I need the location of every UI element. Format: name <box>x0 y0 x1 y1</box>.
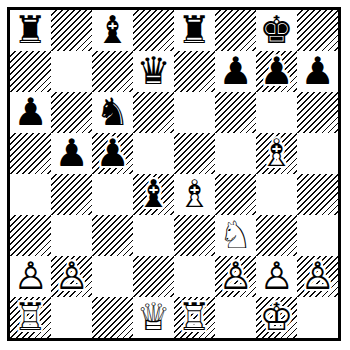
square-b6[interactable] <box>51 92 92 133</box>
square-b2[interactable]: ♙ <box>51 256 92 297</box>
square-c6[interactable]: ♞ <box>92 92 133 133</box>
square-a4[interactable] <box>10 174 51 215</box>
piece-white-bishop: ♗ <box>259 133 293 174</box>
square-f8[interactable] <box>215 10 256 51</box>
square-b1[interactable] <box>51 297 92 338</box>
square-d8[interactable] <box>133 10 174 51</box>
square-d2[interactable] <box>133 256 174 297</box>
piece-black-queen: ♛ <box>136 51 170 92</box>
square-e6[interactable] <box>174 92 215 133</box>
piece-black-pawn: ♟ <box>259 51 293 92</box>
square-g3[interactable] <box>256 215 297 256</box>
square-d6[interactable] <box>133 92 174 133</box>
square-c2[interactable] <box>92 256 133 297</box>
piece-white-bishop: ♗ <box>177 174 211 215</box>
square-g4[interactable] <box>256 174 297 215</box>
piece-white-knight: ♘ <box>218 215 252 256</box>
piece-white-pawn: ♙ <box>54 256 88 297</box>
square-c7[interactable] <box>92 51 133 92</box>
square-f7[interactable]: ♟ <box>215 51 256 92</box>
piece-black-pawn: ♟ <box>218 51 252 92</box>
square-d1[interactable]: ♕ <box>133 297 174 338</box>
square-h6[interactable] <box>297 92 338 133</box>
square-b7[interactable] <box>51 51 92 92</box>
square-f3[interactable]: ♘ <box>215 215 256 256</box>
square-g7[interactable]: ♟ <box>256 51 297 92</box>
square-a1[interactable]: ♖ <box>10 297 51 338</box>
square-e7[interactable] <box>174 51 215 92</box>
square-c4[interactable] <box>92 174 133 215</box>
piece-black-knight: ♞ <box>95 92 129 133</box>
square-h7[interactable]: ♟ <box>297 51 338 92</box>
piece-black-rook: ♜ <box>177 10 211 51</box>
square-e3[interactable] <box>174 215 215 256</box>
square-f5[interactable] <box>215 133 256 174</box>
chess-board: ♜♝♜♚♛♟♟♟♟♞♟♟♗♝♗♘♙♙♙♙♙♖♕♖♔ <box>10 10 338 338</box>
square-e4[interactable]: ♗ <box>174 174 215 215</box>
piece-black-pawn: ♟ <box>13 92 47 133</box>
piece-white-pawn: ♙ <box>259 256 293 297</box>
square-g5[interactable]: ♗ <box>256 133 297 174</box>
square-h4[interactable] <box>297 174 338 215</box>
piece-black-pawn: ♟ <box>54 133 88 174</box>
piece-black-pawn: ♟ <box>300 51 334 92</box>
square-d5[interactable] <box>133 133 174 174</box>
square-g6[interactable] <box>256 92 297 133</box>
square-f2[interactable]: ♙ <box>215 256 256 297</box>
piece-black-bishop: ♝ <box>95 10 129 51</box>
square-h1[interactable] <box>297 297 338 338</box>
square-a2[interactable]: ♙ <box>10 256 51 297</box>
square-f6[interactable] <box>215 92 256 133</box>
square-h2[interactable]: ♙ <box>297 256 338 297</box>
square-e1[interactable]: ♖ <box>174 297 215 338</box>
square-b8[interactable] <box>51 10 92 51</box>
square-a6[interactable]: ♟ <box>10 92 51 133</box>
square-c3[interactable] <box>92 215 133 256</box>
square-a8[interactable]: ♜ <box>10 10 51 51</box>
piece-black-pawn: ♟ <box>95 133 129 174</box>
square-h3[interactable] <box>297 215 338 256</box>
chess-board-frame: ♜♝♜♚♛♟♟♟♟♞♟♟♗♝♗♘♙♙♙♙♙♖♕♖♔ <box>7 7 341 341</box>
square-b3[interactable] <box>51 215 92 256</box>
piece-white-pawn: ♙ <box>13 256 47 297</box>
square-h8[interactable] <box>297 10 338 51</box>
square-g2[interactable]: ♙ <box>256 256 297 297</box>
square-e2[interactable] <box>174 256 215 297</box>
square-g1[interactable]: ♔ <box>256 297 297 338</box>
piece-white-king: ♔ <box>259 297 293 338</box>
square-g8[interactable]: ♚ <box>256 10 297 51</box>
square-e5[interactable] <box>174 133 215 174</box>
square-b5[interactable]: ♟ <box>51 133 92 174</box>
square-c8[interactable]: ♝ <box>92 10 133 51</box>
square-d3[interactable] <box>133 215 174 256</box>
square-f1[interactable] <box>215 297 256 338</box>
piece-black-king: ♚ <box>259 10 293 51</box>
square-f4[interactable] <box>215 174 256 215</box>
piece-black-rook: ♜ <box>13 10 47 51</box>
square-a5[interactable] <box>10 133 51 174</box>
square-h5[interactable] <box>297 133 338 174</box>
square-c1[interactable] <box>92 297 133 338</box>
piece-white-rook: ♖ <box>13 297 47 338</box>
square-d7[interactable]: ♛ <box>133 51 174 92</box>
piece-white-queen: ♕ <box>136 297 170 338</box>
square-d4[interactable]: ♝ <box>133 174 174 215</box>
square-c5[interactable]: ♟ <box>92 133 133 174</box>
square-a3[interactable] <box>10 215 51 256</box>
piece-white-rook: ♖ <box>177 297 211 338</box>
piece-white-pawn: ♙ <box>300 256 334 297</box>
piece-white-pawn: ♙ <box>218 256 252 297</box>
square-b4[interactable] <box>51 174 92 215</box>
piece-black-bishop: ♝ <box>136 174 170 215</box>
square-a7[interactable] <box>10 51 51 92</box>
square-e8[interactable]: ♜ <box>174 10 215 51</box>
